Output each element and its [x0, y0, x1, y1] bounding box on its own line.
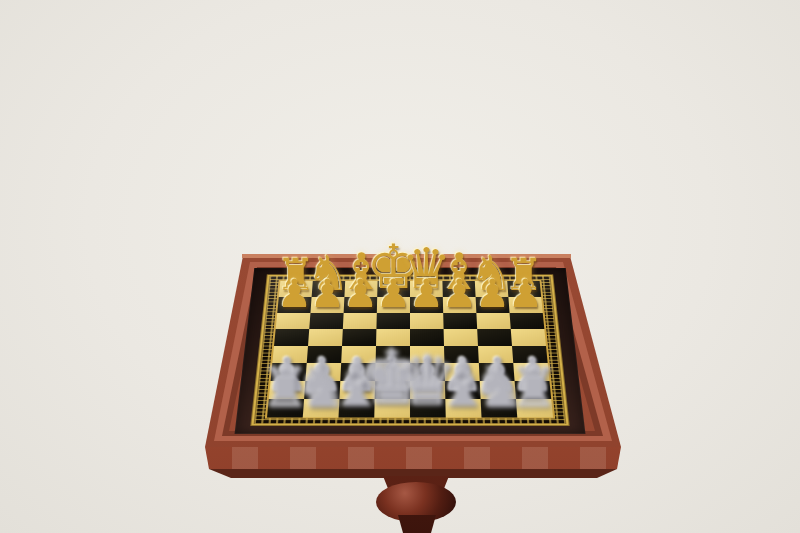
- photo-scene: ♜♞♝♚♛♝♞♜♟♟♟♟♟♟♟♟♟♟♟♟♟♟♟♟♜♞♝♚♛♝♞♜: [0, 0, 800, 533]
- board-sheen: [254, 276, 567, 424]
- board-decorative-frame: [251, 275, 568, 425]
- pedestal-turned-bulb: [376, 482, 456, 522]
- board-plane: [217, 261, 602, 442]
